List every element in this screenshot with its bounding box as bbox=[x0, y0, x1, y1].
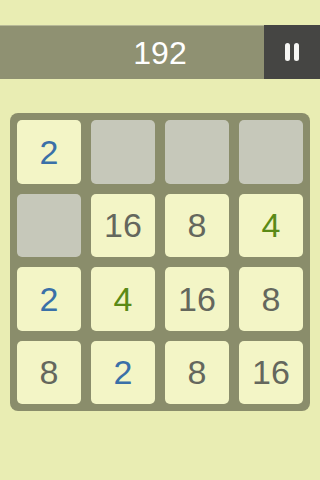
tile-2: 2 bbox=[17, 120, 81, 184]
tile-2: 2 bbox=[17, 267, 81, 331]
tile-4: 4 bbox=[91, 267, 155, 331]
pause-bar-left bbox=[285, 43, 290, 61]
tile-8: 8 bbox=[165, 341, 229, 405]
score-text: 192 bbox=[133, 37, 186, 69]
pause-bar-right bbox=[294, 43, 299, 61]
tile-8: 8 bbox=[165, 194, 229, 258]
empty-cell bbox=[17, 194, 81, 258]
tile-16: 16 bbox=[91, 194, 155, 258]
game-board[interactable]: 216842416882816 bbox=[10, 113, 310, 411]
empty-cell bbox=[239, 120, 303, 184]
empty-cell bbox=[91, 120, 155, 184]
tile-4: 4 bbox=[239, 194, 303, 258]
tile-8: 8 bbox=[239, 267, 303, 331]
tile-16: 16 bbox=[165, 267, 229, 331]
empty-cell bbox=[165, 120, 229, 184]
game-screen: 192 216842416882816 bbox=[0, 0, 320, 480]
pause-button[interactable] bbox=[264, 25, 320, 79]
tile-2: 2 bbox=[91, 341, 155, 405]
pause-icon bbox=[285, 43, 299, 61]
tile-8: 8 bbox=[17, 341, 81, 405]
tile-16: 16 bbox=[239, 341, 303, 405]
